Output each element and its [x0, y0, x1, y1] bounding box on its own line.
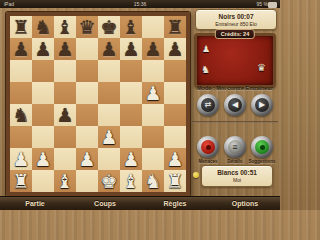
black-n-piece: ♞ [34, 16, 51, 38]
captured-white-p: ♟ [202, 44, 210, 54]
list-icon: ≡ [228, 140, 242, 154]
square-h7[interactable]: ♟ [164, 38, 186, 60]
square-c2[interactable] [54, 148, 76, 170]
black-p-piece: ♟ [100, 38, 117, 60]
tab-options[interactable]: Options [210, 197, 280, 210]
square-e6[interactable] [98, 60, 120, 82]
white-player-label: Moi [202, 177, 272, 183]
bottom-tab-bar: Partie Coups Règles Options [0, 196, 280, 210]
back-button[interactable]: ◀ [224, 94, 246, 116]
square-a3[interactable] [10, 126, 32, 148]
black-player-label: Entraîneur 850 Elo [196, 21, 276, 27]
black-p-piece: ♟ [12, 38, 29, 60]
battery-percent: 95 % [257, 0, 268, 8]
square-a4[interactable]: ♞ [10, 104, 32, 126]
black-p-piece: ♟ [144, 38, 161, 60]
square-h2[interactable]: ♟ [164, 148, 186, 170]
chess-board[interactable]: ♜♞♝♛♚♝♜♟♟♟♟♟♟♟♟♞♟♟♟♟♟♟♟♜♝♚♝♞♜ [6, 12, 190, 196]
black-p-piece: ♟ [34, 38, 51, 60]
square-a6[interactable] [10, 60, 32, 82]
square-c4[interactable]: ♟ [54, 104, 76, 126]
square-b3[interactable] [32, 126, 54, 148]
square-d3[interactable] [76, 126, 98, 148]
white-p-piece: ♟ [166, 148, 183, 170]
black-b-piece: ♝ [122, 16, 139, 38]
square-g1[interactable]: ♞ [142, 170, 164, 192]
menaces-button[interactable] [197, 136, 219, 158]
square-d6[interactable] [76, 60, 98, 82]
square-c7[interactable]: ♟ [54, 38, 76, 60]
black-r-piece: ♜ [12, 16, 29, 38]
square-f8[interactable]: ♝ [120, 16, 142, 38]
square-g8[interactable] [142, 16, 164, 38]
white-p-piece: ♟ [12, 148, 29, 170]
white-p-piece: ♟ [100, 126, 117, 148]
square-e5[interactable] [98, 82, 120, 104]
white-p-piece: ♟ [78, 148, 95, 170]
black-p-piece: ♟ [166, 38, 183, 60]
suggestions-button[interactable] [251, 136, 273, 158]
square-d2[interactable]: ♟ [76, 148, 98, 170]
white-b-piece: ♝ [56, 170, 73, 192]
status-bar: iPad 15:36 95 % [0, 0, 280, 8]
forward-button[interactable]: ▶ [251, 94, 273, 116]
captured-white-n: ♞ [201, 64, 210, 75]
square-f7[interactable]: ♟ [120, 38, 142, 60]
back-icon: ◀ [228, 98, 242, 112]
black-clock-time: Noirs 00:07 [196, 13, 276, 20]
square-d1[interactable] [76, 170, 98, 192]
square-c5[interactable] [54, 82, 76, 104]
square-f2[interactable]: ♟ [120, 148, 142, 170]
black-b-piece: ♝ [56, 16, 73, 38]
square-h6[interactable] [164, 60, 186, 82]
black-k-piece: ♚ [100, 16, 117, 38]
square-b1[interactable] [32, 170, 54, 192]
black-p-piece: ♟ [122, 38, 139, 60]
white-clock-time: Blancs 00:51 [202, 169, 272, 176]
square-a1[interactable]: ♜ [10, 170, 32, 192]
square-c8[interactable]: ♝ [54, 16, 76, 38]
black-p-piece: ♟ [56, 38, 73, 60]
black-r-piece: ♜ [166, 16, 183, 38]
record-icon [201, 140, 215, 154]
square-g5[interactable]: ♟ [142, 82, 164, 104]
square-e1[interactable]: ♚ [98, 170, 120, 192]
square-d7[interactable] [76, 38, 98, 60]
square-e3[interactable]: ♟ [98, 126, 120, 148]
menaces-label: Menaces [193, 159, 223, 164]
square-b4[interactable] [32, 104, 54, 126]
white-p-piece: ♟ [122, 148, 139, 170]
black-p-piece: ♟ [56, 104, 73, 126]
square-a8[interactable]: ♜ [10, 16, 32, 38]
tab-coups[interactable]: Coups [70, 197, 140, 210]
square-b8[interactable]: ♞ [32, 16, 54, 38]
square-h5[interactable] [164, 82, 186, 104]
square-g4[interactable] [142, 104, 164, 126]
square-b7[interactable]: ♟ [32, 38, 54, 60]
white-k-piece: ♚ [100, 170, 117, 192]
square-h3[interactable] [164, 126, 186, 148]
white-n-piece: ♞ [144, 170, 161, 192]
square-g2[interactable] [142, 148, 164, 170]
square-c6[interactable] [54, 60, 76, 82]
black-n-piece: ♞ [12, 104, 29, 126]
square-b6[interactable] [32, 60, 54, 82]
square-e7[interactable]: ♟ [98, 38, 120, 60]
square-e8[interactable]: ♚ [98, 16, 120, 38]
captured-white-q: ♛ [257, 62, 266, 73]
square-d5[interactable] [76, 82, 98, 104]
square-g3[interactable] [142, 126, 164, 148]
white-clock-panel: Blancs 00:51 Moi [201, 165, 273, 187]
divider [192, 121, 278, 123]
replay-button[interactable]: ⇄ [197, 94, 219, 116]
square-e4[interactable] [98, 104, 120, 126]
square-g6[interactable] [142, 60, 164, 82]
white-r-piece: ♜ [166, 170, 183, 192]
square-f6[interactable] [120, 60, 142, 82]
clock-time: 15:36 [0, 0, 280, 8]
white-p-piece: ♟ [144, 82, 161, 104]
details-button[interactable]: ≡ [224, 136, 246, 158]
tab-partie[interactable]: Partie [0, 197, 70, 210]
side-panel: Noirs 00:07 Entraîneur 850 Elo Crédits: … [192, 8, 278, 196]
replay-icon: ⇄ [201, 98, 215, 112]
details-label: Détails [220, 159, 250, 164]
square-h1[interactable]: ♜ [164, 170, 186, 192]
black-clock-panel: Noirs 00:07 Entraîneur 850 Elo [195, 9, 277, 30]
mode-label: Mode : Moi contre Entraîneur [192, 85, 278, 91]
black-q-piece: ♛ [78, 16, 95, 38]
credits-badge: Crédits: 24 [215, 29, 255, 39]
turn-indicator [193, 172, 199, 178]
suggestions-label: Suggestions [247, 159, 277, 164]
white-r-piece: ♜ [12, 170, 29, 192]
white-p-piece: ♟ [34, 148, 51, 170]
square-b2[interactable]: ♟ [32, 148, 54, 170]
square-a7[interactable]: ♟ [10, 38, 32, 60]
square-h8[interactable]: ♜ [164, 16, 186, 38]
square-h4[interactable] [164, 104, 186, 126]
tab-regles[interactable]: Règles [140, 197, 210, 210]
square-d4[interactable] [76, 104, 98, 126]
square-g7[interactable]: ♟ [142, 38, 164, 60]
hint-icon [255, 140, 269, 154]
square-b5[interactable] [32, 82, 54, 104]
square-c1[interactable]: ♝ [54, 170, 76, 192]
square-f1[interactable]: ♝ [120, 170, 142, 192]
square-e2[interactable] [98, 148, 120, 170]
white-b-piece: ♝ [122, 170, 139, 192]
square-f4[interactable] [120, 104, 142, 126]
square-c3[interactable] [54, 126, 76, 148]
captured-pieces-tray: ♟♞♛ [194, 33, 276, 88]
forward-icon: ▶ [255, 98, 269, 112]
square-a2[interactable]: ♟ [10, 148, 32, 170]
square-f5[interactable] [120, 82, 142, 104]
square-f3[interactable] [120, 126, 142, 148]
square-a5[interactable] [10, 82, 32, 104]
square-d8[interactable]: ♛ [76, 16, 98, 38]
